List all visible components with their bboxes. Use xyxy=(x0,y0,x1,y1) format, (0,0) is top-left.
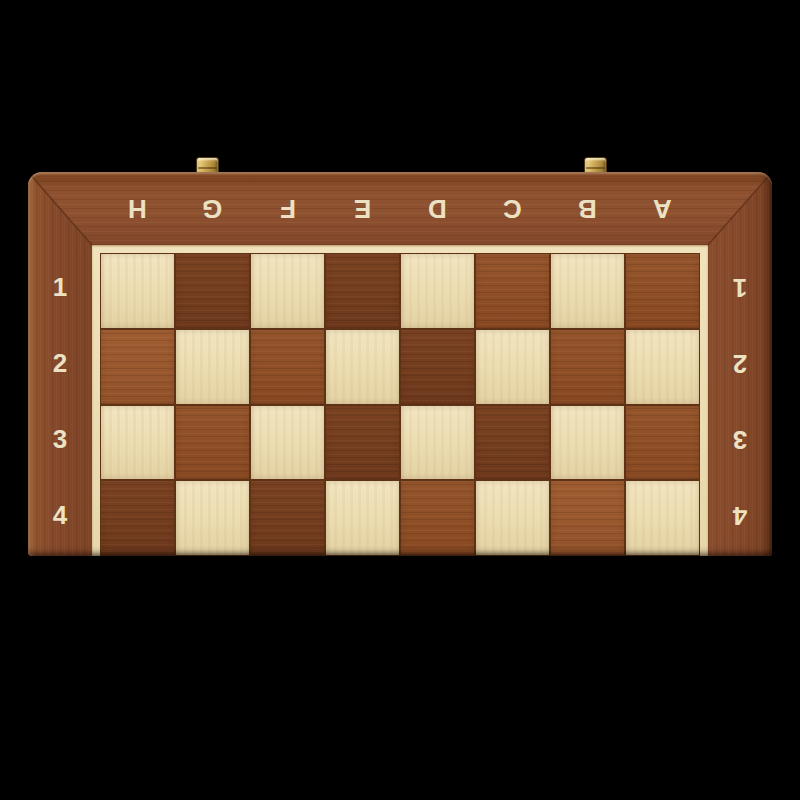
file-label-f: F xyxy=(250,193,325,224)
square-c3[interactable] xyxy=(476,406,549,480)
square-e4[interactable] xyxy=(326,481,399,555)
rank-labels-right: 1234 xyxy=(708,250,772,553)
file-labels-row: HGFEDCBA xyxy=(100,172,700,245)
file-label-a: A xyxy=(625,193,700,224)
square-d2[interactable] xyxy=(401,330,474,404)
file-label-h: H xyxy=(100,193,175,224)
square-a1[interactable] xyxy=(626,254,699,328)
square-c2[interactable] xyxy=(476,330,549,404)
square-d3[interactable] xyxy=(401,406,474,480)
rank-label-left-4: 4 xyxy=(28,477,92,553)
square-e3[interactable] xyxy=(326,406,399,480)
rank-label-glyph: 2 xyxy=(28,348,92,379)
rank-label-left-3: 3 xyxy=(28,402,92,478)
square-d4[interactable] xyxy=(401,481,474,555)
rank-label-glyph: 1 xyxy=(708,272,772,303)
file-label-glyph: H xyxy=(128,193,147,224)
chessboard: HGFEDCBA 1234 1234 xyxy=(28,172,772,556)
square-a2[interactable] xyxy=(626,330,699,404)
file-label-glyph: D xyxy=(428,193,447,224)
rank-label-right-1: 1 xyxy=(708,250,772,326)
square-h1[interactable] xyxy=(101,254,174,328)
square-f2[interactable] xyxy=(251,330,324,404)
squares-grid xyxy=(100,253,700,556)
rank-labels-left: 1234 xyxy=(28,250,92,553)
file-label-glyph: C xyxy=(503,193,522,224)
rank-label-glyph: 2 xyxy=(708,348,772,379)
file-label-glyph: A xyxy=(653,193,672,224)
square-b1[interactable] xyxy=(551,254,624,328)
photo-background: HGFEDCBA 1234 1234 xyxy=(0,0,800,800)
file-label-c: C xyxy=(475,193,550,224)
file-label-e: E xyxy=(325,193,400,224)
square-g1[interactable] xyxy=(176,254,249,328)
square-c1[interactable] xyxy=(476,254,549,328)
rank-label-glyph: 4 xyxy=(708,500,772,531)
file-label-g: G xyxy=(175,193,250,224)
rank-label-glyph: 4 xyxy=(28,500,92,531)
rank-label-left-1: 1 xyxy=(28,250,92,326)
file-label-d: D xyxy=(400,193,475,224)
square-b2[interactable] xyxy=(551,330,624,404)
file-label-glyph: F xyxy=(280,193,296,224)
square-e1[interactable] xyxy=(326,254,399,328)
square-h2[interactable] xyxy=(101,330,174,404)
square-d1[interactable] xyxy=(401,254,474,328)
square-c4[interactable] xyxy=(476,481,549,555)
square-b4[interactable] xyxy=(551,481,624,555)
file-label-glyph: E xyxy=(354,193,371,224)
rank-label-right-2: 2 xyxy=(708,326,772,402)
rank-label-right-4: 4 xyxy=(708,477,772,553)
square-e2[interactable] xyxy=(326,330,399,404)
file-label-b: B xyxy=(550,193,625,224)
file-label-glyph: G xyxy=(202,193,222,224)
square-f4[interactable] xyxy=(251,481,324,555)
square-b3[interactable] xyxy=(551,406,624,480)
square-f3[interactable] xyxy=(251,406,324,480)
square-g3[interactable] xyxy=(176,406,249,480)
rank-label-left-2: 2 xyxy=(28,326,92,402)
rank-label-glyph: 3 xyxy=(708,424,772,455)
square-a3[interactable] xyxy=(626,406,699,480)
square-h4[interactable] xyxy=(101,481,174,555)
square-h3[interactable] xyxy=(101,406,174,480)
rank-label-right-3: 3 xyxy=(708,402,772,478)
square-g2[interactable] xyxy=(176,330,249,404)
file-label-glyph: B xyxy=(578,193,597,224)
square-f1[interactable] xyxy=(251,254,324,328)
square-g4[interactable] xyxy=(176,481,249,555)
rank-label-glyph: 3 xyxy=(28,424,92,455)
square-a4[interactable] xyxy=(626,481,699,555)
rank-label-glyph: 1 xyxy=(28,272,92,303)
maple-inlay xyxy=(92,245,708,556)
